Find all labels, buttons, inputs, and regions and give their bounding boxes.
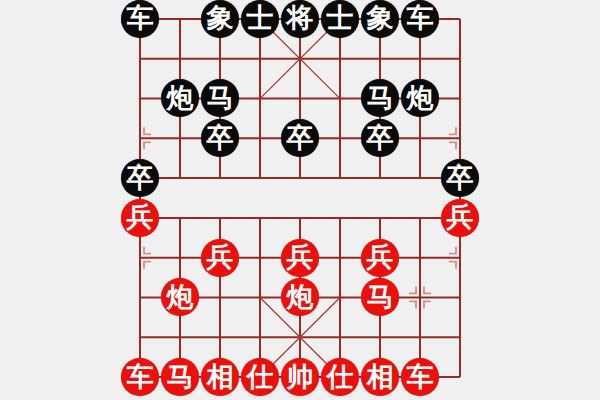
piece-black-elephant[interactable]: 象 <box>361 0 399 38</box>
piece-red-cannon[interactable]: 炮 <box>161 278 199 316</box>
piece-black-soldier[interactable]: 卒 <box>441 159 479 197</box>
piece-red-soldier[interactable]: 兵 <box>201 239 239 277</box>
piece-red-chariot[interactable]: 车 <box>121 358 159 396</box>
piece-black-soldier[interactable]: 卒 <box>281 119 319 157</box>
piece-red-elephant[interactable]: 相 <box>361 358 399 396</box>
piece-red-chariot[interactable]: 车 <box>401 358 439 396</box>
piece-black-chariot[interactable]: 车 <box>401 0 439 38</box>
piece-layer: 车象士将士象车炮马马炮卒卒卒卒卒兵兵兵兵兵炮炮马车马相仕帅仕相车 <box>120 0 480 397</box>
piece-black-advisor[interactable]: 士 <box>321 0 359 38</box>
piece-black-cannon[interactable]: 炮 <box>161 79 199 117</box>
piece-red-advisor[interactable]: 仕 <box>321 358 359 396</box>
piece-red-soldier[interactable]: 兵 <box>121 199 159 237</box>
piece-red-cannon[interactable]: 炮 <box>281 278 319 316</box>
xiangqi-board[interactable]: 车象士将士象车炮马马炮卒卒卒卒卒兵兵兵兵兵炮炮马车马相仕帅仕相车 <box>0 0 600 400</box>
piece-black-general[interactable]: 将 <box>281 0 319 38</box>
piece-red-soldier[interactable]: 兵 <box>441 199 479 237</box>
piece-black-horse[interactable]: 马 <box>201 79 239 117</box>
piece-black-horse[interactable]: 马 <box>361 79 399 117</box>
piece-black-elephant[interactable]: 象 <box>201 0 239 38</box>
piece-red-horse[interactable]: 马 <box>161 358 199 396</box>
piece-black-advisor[interactable]: 士 <box>241 0 279 38</box>
piece-black-soldier[interactable]: 卒 <box>361 119 399 157</box>
piece-red-horse[interactable]: 马 <box>361 278 399 316</box>
piece-red-soldier[interactable]: 兵 <box>281 239 319 277</box>
piece-black-soldier[interactable]: 卒 <box>121 159 159 197</box>
piece-black-chariot[interactable]: 车 <box>121 0 159 38</box>
piece-red-general[interactable]: 帅 <box>281 358 319 396</box>
piece-red-elephant[interactable]: 相 <box>201 358 239 396</box>
piece-red-advisor[interactable]: 仕 <box>241 358 279 396</box>
piece-red-soldier[interactable]: 兵 <box>361 239 399 277</box>
piece-black-soldier[interactable]: 卒 <box>201 119 239 157</box>
piece-black-cannon[interactable]: 炮 <box>401 79 439 117</box>
